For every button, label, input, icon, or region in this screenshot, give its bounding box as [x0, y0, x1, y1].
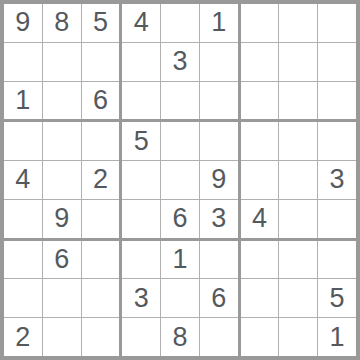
cell-r6c2[interactable]: 9 — [43, 200, 81, 238]
cell-r5c9[interactable]: 3 — [318, 161, 356, 199]
sudoku-box-4: 429 — [4, 122, 119, 237]
cell-r5c6[interactable]: 9 — [200, 161, 238, 199]
cell-r3c2[interactable] — [43, 82, 81, 120]
cell-r7c3[interactable] — [82, 241, 120, 279]
sudoku-box-9: 51 — [241, 241, 356, 356]
cell-r1c9[interactable] — [318, 4, 356, 42]
cell-r1c7[interactable] — [241, 4, 279, 42]
cell-r6c7[interactable]: 4 — [241, 200, 279, 238]
cell-r3c9[interactable] — [318, 82, 356, 120]
cell-r3c5[interactable] — [161, 82, 199, 120]
cell-r6c1[interactable] — [4, 200, 42, 238]
cell-r5c3[interactable]: 2 — [82, 161, 120, 199]
cell-r3c3[interactable]: 6 — [82, 82, 120, 120]
cell-r4c6[interactable] — [200, 122, 238, 160]
cell-r8c5[interactable] — [161, 279, 199, 317]
cell-r5c1[interactable]: 4 — [4, 161, 42, 199]
cell-r9c5[interactable]: 8 — [161, 318, 199, 356]
cell-r1c6[interactable]: 1 — [200, 4, 238, 42]
cell-r1c3[interactable]: 5 — [82, 4, 120, 42]
cell-r8c3[interactable] — [82, 279, 120, 317]
sudoku-box-7: 62 — [4, 241, 119, 356]
cell-r6c4[interactable] — [122, 200, 160, 238]
cell-r5c2[interactable] — [43, 161, 81, 199]
cell-r9c4[interactable] — [122, 318, 160, 356]
cell-r4c9[interactable] — [318, 122, 356, 160]
cell-r8c6[interactable]: 6 — [200, 279, 238, 317]
cell-r9c3[interactable] — [82, 318, 120, 356]
cell-r7c5[interactable]: 1 — [161, 241, 199, 279]
sudoku-box-3 — [241, 4, 356, 119]
cell-r9c8[interactable] — [279, 318, 317, 356]
cell-r7c2[interactable]: 6 — [43, 241, 81, 279]
cell-r2c5[interactable]: 3 — [161, 43, 199, 81]
cell-r7c4[interactable] — [122, 241, 160, 279]
sudoku-box-6: 34 — [241, 122, 356, 237]
cell-r8c4[interactable]: 3 — [122, 279, 160, 317]
cell-r9c7[interactable] — [241, 318, 279, 356]
cell-r2c7[interactable] — [241, 43, 279, 81]
cell-r2c4[interactable] — [122, 43, 160, 81]
cell-r7c8[interactable] — [279, 241, 317, 279]
cell-r6c5[interactable]: 6 — [161, 200, 199, 238]
cell-r1c5[interactable] — [161, 4, 199, 42]
cell-r5c8[interactable] — [279, 161, 317, 199]
cell-r4c5[interactable] — [161, 122, 199, 160]
cell-r5c4[interactable] — [122, 161, 160, 199]
cell-r2c6[interactable] — [200, 43, 238, 81]
cell-r9c9[interactable]: 1 — [318, 318, 356, 356]
cell-r8c8[interactable] — [279, 279, 317, 317]
cell-r5c7[interactable] — [241, 161, 279, 199]
cell-r4c1[interactable] — [4, 122, 42, 160]
cell-r8c7[interactable] — [241, 279, 279, 317]
cell-r7c1[interactable] — [4, 241, 42, 279]
cell-r4c7[interactable] — [241, 122, 279, 160]
cell-r4c4[interactable]: 5 — [122, 122, 160, 160]
cell-r3c1[interactable]: 1 — [4, 82, 42, 120]
cell-r6c6[interactable]: 3 — [200, 200, 238, 238]
cell-r6c9[interactable] — [318, 200, 356, 238]
cell-r4c2[interactable] — [43, 122, 81, 160]
sudoku-box-8: 1368 — [122, 241, 237, 356]
cell-r3c6[interactable] — [200, 82, 238, 120]
cell-r7c6[interactable] — [200, 241, 238, 279]
cell-r7c7[interactable] — [241, 241, 279, 279]
cell-r8c1[interactable] — [4, 279, 42, 317]
sudoku-board: 9851641342959633462136851 — [0, 0, 360, 360]
cell-r4c3[interactable] — [82, 122, 120, 160]
cell-r1c8[interactable] — [279, 4, 317, 42]
cell-r7c9[interactable] — [318, 241, 356, 279]
sudoku-box-1: 98516 — [4, 4, 119, 119]
cell-r6c8[interactable] — [279, 200, 317, 238]
cell-r9c1[interactable]: 2 — [4, 318, 42, 356]
cell-r6c3[interactable] — [82, 200, 120, 238]
cell-r3c7[interactable] — [241, 82, 279, 120]
cell-r8c2[interactable] — [43, 279, 81, 317]
sudoku-box-2: 413 — [122, 4, 237, 119]
cell-r9c6[interactable] — [200, 318, 238, 356]
cell-r2c8[interactable] — [279, 43, 317, 81]
sudoku-box-5: 5963 — [122, 122, 237, 237]
cell-r1c1[interactable]: 9 — [4, 4, 42, 42]
cell-r8c9[interactable]: 5 — [318, 279, 356, 317]
cell-r2c3[interactable] — [82, 43, 120, 81]
cell-r2c9[interactable] — [318, 43, 356, 81]
cell-r2c2[interactable] — [43, 43, 81, 81]
cell-r3c8[interactable] — [279, 82, 317, 120]
cell-r3c4[interactable] — [122, 82, 160, 120]
cell-r4c8[interactable] — [279, 122, 317, 160]
cell-r1c2[interactable]: 8 — [43, 4, 81, 42]
cell-r9c2[interactable] — [43, 318, 81, 356]
cell-r2c1[interactable] — [4, 43, 42, 81]
cell-r1c4[interactable]: 4 — [122, 4, 160, 42]
cell-r5c5[interactable] — [161, 161, 199, 199]
